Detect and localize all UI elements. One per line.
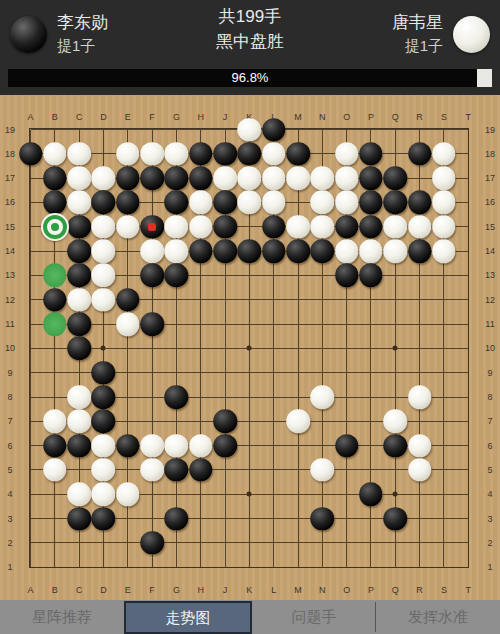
white-stone xyxy=(116,142,140,166)
white-stone xyxy=(335,191,359,215)
row-label-right: 10 xyxy=(485,343,495,353)
row-label-right: 5 xyxy=(487,465,492,475)
tab-trend-chart[interactable]: 走势图 xyxy=(124,601,252,634)
black-stone xyxy=(67,264,91,288)
row-label-left: 2 xyxy=(7,538,12,548)
row-label-left: 16 xyxy=(5,197,15,207)
row-label-left: 19 xyxy=(5,125,15,135)
black-stone xyxy=(165,385,189,409)
row-label-right: 6 xyxy=(487,441,492,451)
black-stone xyxy=(43,288,67,312)
white-stone xyxy=(92,458,116,482)
column-label-bottom: C xyxy=(76,585,83,595)
white-captures-label: 提1子 xyxy=(392,35,443,57)
white-stone xyxy=(384,239,408,263)
black-stone xyxy=(238,142,262,166)
white-stone xyxy=(92,434,116,458)
black-stone xyxy=(335,264,359,288)
column-label-bottom: L xyxy=(271,585,276,595)
column-label-bottom: T xyxy=(466,585,472,595)
black-stone xyxy=(335,434,359,458)
white-stone xyxy=(67,385,91,409)
white-stone xyxy=(408,458,432,482)
row-label-right: 16 xyxy=(485,197,495,207)
black-stone xyxy=(67,337,91,361)
white-stone xyxy=(311,215,335,239)
white-stone xyxy=(335,239,359,263)
black-stone xyxy=(140,264,164,288)
bottom-nav: 星阵推荐 走势图 问题手 发挥水准 xyxy=(0,600,500,634)
row-label-right: 2 xyxy=(487,538,492,548)
column-label-bottom: P xyxy=(368,585,374,595)
white-stone xyxy=(408,385,432,409)
white-stone xyxy=(165,434,189,458)
white-player-panel: 唐韦星 提1子 xyxy=(382,0,490,68)
white-stone xyxy=(165,215,189,239)
white-stone xyxy=(432,142,456,166)
column-label-bottom: Q xyxy=(392,585,399,595)
black-stone xyxy=(43,191,67,215)
white-stone xyxy=(432,239,456,263)
white-stone xyxy=(140,239,164,263)
white-stone xyxy=(189,191,213,215)
column-label-bottom: E xyxy=(125,585,131,595)
row-label-left: 15 xyxy=(5,222,15,232)
white-stone xyxy=(286,410,310,434)
row-label-right: 11 xyxy=(485,319,494,329)
white-stone xyxy=(311,385,335,409)
white-stone xyxy=(67,191,91,215)
white-stone xyxy=(408,215,432,239)
row-label-right: 18 xyxy=(485,149,495,159)
black-stone xyxy=(213,191,237,215)
black-stone xyxy=(262,215,286,239)
column-label-top: C xyxy=(76,112,83,122)
black-stone-avatar xyxy=(10,16,47,53)
white-stone xyxy=(67,288,91,312)
recommend-marker-dot xyxy=(51,223,59,231)
game-summary: 共199手 黑中盘胜 xyxy=(216,0,284,54)
black-stone xyxy=(262,239,286,263)
go-app-window: 李东勋 提1子 共199手 黑中盘胜 唐韦星 提1子 96.8% AA1919B… xyxy=(0,0,500,634)
white-player-name: 唐韦星 xyxy=(392,11,443,35)
black-stone xyxy=(335,215,359,239)
black-stone xyxy=(311,507,335,531)
star-point xyxy=(101,346,106,351)
white-stone xyxy=(92,288,116,312)
white-stone xyxy=(116,483,140,507)
black-stone xyxy=(238,239,262,263)
recommend-marker-green-stone xyxy=(43,264,67,288)
row-label-left: 12 xyxy=(5,295,15,305)
star-point xyxy=(247,346,252,351)
black-stone xyxy=(140,312,164,336)
white-stone xyxy=(189,434,213,458)
row-label-left: 10 xyxy=(5,343,15,353)
row-label-left: 6 xyxy=(7,441,12,451)
black-stone xyxy=(189,458,213,482)
white-stone xyxy=(384,215,408,239)
white-stone xyxy=(432,215,456,239)
black-stone xyxy=(359,191,383,215)
white-stone xyxy=(238,118,262,142)
column-label-top: R xyxy=(416,112,423,122)
black-stone xyxy=(165,264,189,288)
white-stone xyxy=(238,166,262,190)
white-stone xyxy=(189,215,213,239)
white-stone xyxy=(311,458,335,482)
column-label-bottom: N xyxy=(319,585,326,595)
column-label-bottom: G xyxy=(173,585,180,595)
row-label-right: 13 xyxy=(485,270,495,280)
row-label-right: 8 xyxy=(487,392,492,402)
white-stone xyxy=(213,166,237,190)
winrate-bar: 96.8% xyxy=(8,69,492,87)
black-stone xyxy=(116,166,140,190)
white-stone xyxy=(384,410,408,434)
white-stone xyxy=(67,483,91,507)
column-label-top: M xyxy=(294,112,302,122)
row-label-right: 14 xyxy=(485,246,495,256)
row-label-left: 13 xyxy=(5,270,15,280)
white-stone xyxy=(92,483,116,507)
black-stone xyxy=(213,239,237,263)
go-board[interactable]: AA1919BB1818CC1717DD1616EE1515FF1414GG13… xyxy=(0,95,500,600)
black-stone xyxy=(384,434,408,458)
white-stone xyxy=(116,215,140,239)
black-player-panel: 李东勋 提1子 xyxy=(10,0,118,68)
black-stone xyxy=(92,361,116,385)
black-stone xyxy=(359,166,383,190)
column-label-bottom: B xyxy=(52,585,58,595)
white-stone xyxy=(262,142,286,166)
column-label-bottom: R xyxy=(416,585,423,595)
black-stone xyxy=(67,434,91,458)
black-stone xyxy=(92,410,116,434)
nav-divider xyxy=(375,602,376,632)
row-label-right: 12 xyxy=(485,295,495,305)
column-label-top: J xyxy=(223,112,228,122)
black-stone xyxy=(165,507,189,531)
column-label-top: A xyxy=(27,112,33,122)
white-stone xyxy=(165,142,189,166)
game-header: 李东勋 提1子 共199手 黑中盘胜 唐韦星 提1子 xyxy=(0,0,500,68)
column-label-top: S xyxy=(441,112,447,122)
black-stone xyxy=(165,191,189,215)
column-label-bottom: M xyxy=(294,585,302,595)
column-label-top: Q xyxy=(392,112,399,122)
white-stone xyxy=(43,458,67,482)
column-label-top: O xyxy=(343,112,350,122)
black-stone xyxy=(189,239,213,263)
last-move-marker xyxy=(148,223,156,231)
black-stone xyxy=(67,239,91,263)
column-label-bottom: F xyxy=(149,585,155,595)
black-stone xyxy=(213,434,237,458)
game-result-label: 黑中盘胜 xyxy=(216,30,284,54)
row-label-right: 15 xyxy=(485,222,495,232)
column-label-top: B xyxy=(52,112,58,122)
column-label-top: H xyxy=(197,112,204,122)
black-stone xyxy=(359,264,383,288)
black-player-name: 李东勋 xyxy=(57,11,108,35)
column-label-bottom: K xyxy=(246,585,252,595)
white-stone xyxy=(432,191,456,215)
black-stone xyxy=(359,483,383,507)
black-stone xyxy=(67,507,91,531)
black-stone xyxy=(359,215,383,239)
row-label-left: 7 xyxy=(7,416,12,426)
column-label-top: T xyxy=(466,112,472,122)
black-stone xyxy=(408,142,432,166)
black-stone xyxy=(359,142,383,166)
row-label-right: 4 xyxy=(487,489,492,499)
tab-problem-moves[interactable]: 问题手 xyxy=(252,600,376,634)
column-label-top: D xyxy=(100,112,107,122)
black-stone xyxy=(213,215,237,239)
black-stone xyxy=(165,458,189,482)
black-stone xyxy=(116,434,140,458)
winrate-percent-label: 96.8% xyxy=(8,69,492,87)
row-label-left: 9 xyxy=(7,368,12,378)
white-stone xyxy=(335,142,359,166)
column-label-bottom: O xyxy=(343,585,350,595)
total-moves-label: 共199手 xyxy=(216,4,284,30)
black-stone xyxy=(116,191,140,215)
row-label-left: 17 xyxy=(5,173,15,183)
white-stone xyxy=(286,166,310,190)
black-stone xyxy=(384,191,408,215)
white-stone xyxy=(262,191,286,215)
black-stone xyxy=(213,410,237,434)
black-stone xyxy=(384,166,408,190)
black-stone xyxy=(92,385,116,409)
black-stone xyxy=(213,142,237,166)
white-stone xyxy=(92,239,116,263)
white-stone xyxy=(92,166,116,190)
column-label-bottom: J xyxy=(223,585,228,595)
row-label-left: 14 xyxy=(5,246,15,256)
black-stone xyxy=(311,239,335,263)
column-label-top: P xyxy=(368,112,374,122)
black-stone xyxy=(92,191,116,215)
row-label-right: 19 xyxy=(485,125,495,135)
black-stone xyxy=(43,434,67,458)
black-stone xyxy=(19,142,43,166)
row-label-left: 3 xyxy=(7,514,12,524)
row-label-right: 7 xyxy=(487,416,492,426)
black-stone xyxy=(140,531,164,555)
white-stone xyxy=(140,434,164,458)
white-stone xyxy=(43,410,67,434)
tab-performance-level[interactable]: 发挥水准 xyxy=(376,600,500,634)
row-label-left: 5 xyxy=(7,465,12,475)
black-stone xyxy=(116,288,140,312)
black-stone xyxy=(67,312,91,336)
black-stone xyxy=(384,507,408,531)
row-label-right: 9 xyxy=(487,368,492,378)
white-stone xyxy=(335,166,359,190)
white-stone xyxy=(140,142,164,166)
column-label-bottom: H xyxy=(197,585,204,595)
row-label-left: 8 xyxy=(7,392,12,402)
star-point xyxy=(393,346,398,351)
black-stone xyxy=(286,239,310,263)
row-label-left: 18 xyxy=(5,149,15,159)
white-stone xyxy=(92,215,116,239)
white-stone xyxy=(238,191,262,215)
black-stone xyxy=(165,166,189,190)
black-stone xyxy=(43,166,67,190)
white-stone-avatar xyxy=(453,16,490,53)
black-stone xyxy=(262,118,286,142)
white-stone xyxy=(262,166,286,190)
row-label-left: 1 xyxy=(7,562,12,572)
column-label-top: F xyxy=(149,112,155,122)
white-stone xyxy=(67,410,91,434)
white-stone xyxy=(359,239,383,263)
black-captures-label: 提1子 xyxy=(57,35,108,57)
row-label-right: 3 xyxy=(487,514,492,524)
white-stone xyxy=(286,215,310,239)
black-stone xyxy=(408,239,432,263)
black-stone xyxy=(189,142,213,166)
white-stone xyxy=(140,458,164,482)
white-stone xyxy=(311,166,335,190)
white-stone xyxy=(67,142,91,166)
white-stone xyxy=(67,166,91,190)
black-stone xyxy=(189,166,213,190)
column-label-top: E xyxy=(125,112,131,122)
column-label-top: N xyxy=(319,112,326,122)
row-label-left: 11 xyxy=(5,319,14,329)
tab-star-recommend[interactable]: 星阵推荐 xyxy=(0,600,124,634)
black-stone xyxy=(67,215,91,239)
white-stone xyxy=(165,239,189,263)
white-stone xyxy=(92,264,116,288)
star-point xyxy=(247,492,252,497)
black-stone xyxy=(92,507,116,531)
star-point xyxy=(393,492,398,497)
black-stone xyxy=(286,142,310,166)
column-label-top: G xyxy=(173,112,180,122)
white-stone xyxy=(43,142,67,166)
black-stone xyxy=(408,191,432,215)
white-stone xyxy=(408,434,432,458)
row-label-right: 17 xyxy=(485,173,495,183)
row-label-left: 4 xyxy=(7,489,12,499)
black-stone xyxy=(140,166,164,190)
recommend-marker-green-stone xyxy=(43,312,67,336)
column-label-bottom: S xyxy=(441,585,447,595)
white-stone xyxy=(311,191,335,215)
white-stone xyxy=(116,312,140,336)
column-label-bottom: A xyxy=(27,585,33,595)
column-label-bottom: D xyxy=(100,585,107,595)
white-stone xyxy=(432,166,456,190)
row-label-right: 1 xyxy=(487,562,492,572)
